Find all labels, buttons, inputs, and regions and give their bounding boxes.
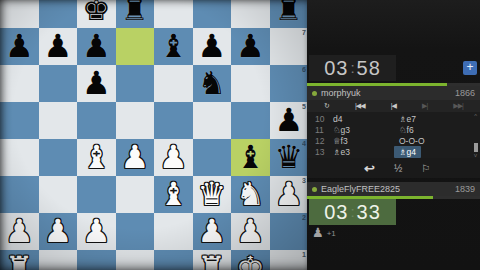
square-g8[interactable] <box>231 0 270 28</box>
rank-coordinate-label: 7 <box>302 29 306 36</box>
rank-coordinate-label: 3 <box>302 177 306 184</box>
square-d2[interactable] <box>116 213 155 250</box>
piece-black-rook[interactable]: ♜ <box>274 0 303 28</box>
square-a6[interactable] <box>0 65 39 102</box>
rank-coordinate-label: 2 <box>302 214 306 221</box>
square-b2[interactable]: ♟ <box>39 213 78 250</box>
square-g5[interactable] <box>231 102 270 139</box>
move-number: 10 <box>315 114 333 124</box>
square-b7[interactable]: ♟ <box>39 28 78 65</box>
square-d6[interactable] <box>116 65 155 102</box>
square-b6[interactable] <box>39 65 78 102</box>
black-move[interactable]: O-O-O <box>399 136 425 146</box>
scroll-up-icon[interactable]: ^ <box>474 113 477 119</box>
square-f5[interactable] <box>193 102 232 139</box>
piece-black-bishop[interactable]: ♝ <box>159 28 188 65</box>
square-h2[interactable]: 2 <box>270 213 309 250</box>
move-number: 13 <box>315 147 333 157</box>
player-clock-active: 03:33 <box>309 199 396 225</box>
square-e6[interactable] <box>154 65 193 102</box>
offer-draw-button[interactable]: ½ <box>394 163 402 174</box>
move-list: 10d4♗e711♘g3♘f612♕f3O-O-O13♗e3♗g4 <box>307 112 480 158</box>
piece-white-queen[interactable]: ♛ <box>197 176 226 213</box>
player-name: EagleFlyFREE2825 <box>321 184 400 194</box>
square-c7[interactable]: ♟ <box>77 28 116 65</box>
white-move[interactable]: ♕f3 <box>333 136 399 146</box>
rank-coordinate-label: 6 <box>302 66 306 73</box>
rank-coordinate-label: 4 <box>302 140 306 147</box>
clock-colon: : <box>350 59 354 76</box>
piece-white-pawn[interactable]: ♟ <box>5 213 34 250</box>
piece-black-pawn[interactable]: ♟ <box>5 28 34 65</box>
square-g1[interactable]: ♚ <box>231 250 270 270</box>
piece-white-pawn[interactable]: ♟ <box>159 139 188 176</box>
square-b3[interactable] <box>39 176 78 213</box>
piece-white-rook[interactable]: ♜ <box>5 250 34 270</box>
square-h1[interactable]: 1 <box>270 250 309 270</box>
piece-black-pawn[interactable]: ♟ <box>43 28 72 65</box>
square-h5[interactable]: ♟5 <box>270 102 309 139</box>
piece-white-pawn[interactable]: ♟ <box>82 213 111 250</box>
square-a4[interactable] <box>0 139 39 176</box>
square-a3[interactable] <box>0 176 39 213</box>
opponent-player-row[interactable]: morphyuk 1866 <box>307 86 480 100</box>
square-g2[interactable]: ♟ <box>231 213 270 250</box>
online-status-icon <box>312 187 317 192</box>
game-action-bar: ↩ ½ ⚐ <box>307 158 480 178</box>
opponent-clock-seconds: 58 <box>357 57 381 80</box>
move-number: 12 <box>315 136 333 146</box>
piece-black-pawn[interactable]: ♟ <box>274 102 303 139</box>
piece-black-bishop[interactable]: ♝ <box>236 139 265 176</box>
player-clock-seconds: 33 <box>357 201 381 224</box>
piece-black-queen[interactable]: ♛ <box>274 139 303 176</box>
opponent-clock: 03:58 <box>309 55 396 81</box>
square-d1[interactable] <box>116 250 155 270</box>
add-time-button[interactable]: + <box>463 61 477 75</box>
chess-board: ♚♜♜8♟♟♟♝♟♟7♟♞6♟5♝♟♟♝♛4♝♛♞♟3♟♟♟♟♟2♜♜♚1 <box>0 0 308 270</box>
square-a1[interactable]: ♜ <box>0 250 39 270</box>
square-g3[interactable]: ♞ <box>231 176 270 213</box>
black-move-current[interactable]: ♗g4 <box>394 146 421 158</box>
square-h8[interactable]: ♜8 <box>270 0 309 28</box>
last-move-icon[interactable]: ▶▶| <box>453 100 463 112</box>
piece-white-bishop[interactable]: ♝ <box>159 176 188 213</box>
square-b5[interactable] <box>39 102 78 139</box>
white-move[interactable]: ♘g3 <box>333 125 399 135</box>
square-h7[interactable]: 7 <box>270 28 309 65</box>
online-status-icon <box>312 91 317 96</box>
square-c3[interactable] <box>77 176 116 213</box>
piece-black-rook[interactable]: ♜ <box>120 0 149 28</box>
square-c1[interactable] <box>77 250 116 270</box>
chess-app-screen: ♚♜♜8♟♟♟♝♟♟7♟♞6♟5♝♟♟♝♛4♝♛♞♟3♟♟♟♟♟2♜♜♚1 03… <box>0 0 480 270</box>
square-b4[interactable] <box>39 139 78 176</box>
takeback-button[interactable]: ↩ <box>364 161 375 176</box>
piece-white-pawn[interactable]: ♟ <box>236 213 265 250</box>
rank-coordinate-label: 5 <box>302 103 306 110</box>
square-c6[interactable]: ♟ <box>77 65 116 102</box>
piece-black-king[interactable]: ♚ <box>82 0 111 28</box>
game-side-panel: 03:58 + morphyuk 1866 ↻|◀◀|◀▶|▶▶| 10d4♗e… <box>307 0 480 270</box>
piece-white-pawn[interactable]: ♟ <box>43 213 72 250</box>
square-g4[interactable]: ♝ <box>231 139 270 176</box>
square-e2[interactable] <box>154 213 193 250</box>
opponent-name: morphyuk <box>321 88 361 98</box>
player-clock-minutes: 03 <box>324 201 348 224</box>
piece-black-pawn[interactable]: ♟ <box>236 28 265 65</box>
square-c5[interactable] <box>77 102 116 139</box>
move-nav-toolbar: ↻|◀◀|◀▶|▶▶| <box>307 100 480 112</box>
square-h6[interactable]: 6 <box>270 65 309 102</box>
piece-black-knight[interactable]: ♞ <box>197 65 226 102</box>
square-b8[interactable] <box>39 0 78 28</box>
square-d5[interactable] <box>116 102 155 139</box>
square-e3[interactable]: ♝ <box>154 176 193 213</box>
move-row: 13♗e3♗g4 <box>307 146 480 157</box>
move-row: 10d4♗e7 <box>307 113 480 124</box>
square-d8[interactable]: ♜ <box>116 0 155 28</box>
piece-white-pawn[interactable]: ♟ <box>197 213 226 250</box>
square-a7[interactable]: ♟ <box>0 28 39 65</box>
square-e8[interactable] <box>154 0 193 28</box>
square-c8[interactable]: ♚ <box>77 0 116 28</box>
resign-flag-icon[interactable]: ⚐ <box>421 163 430 174</box>
square-a5[interactable] <box>0 102 39 139</box>
piece-white-pawn[interactable]: ♟ <box>274 176 303 213</box>
piece-white-bishop[interactable]: ♝ <box>82 139 111 176</box>
square-g6[interactable] <box>231 65 270 102</box>
square-f2[interactable]: ♟ <box>193 213 232 250</box>
flip-board-icon[interactable]: ↻ <box>324 100 329 112</box>
piece-white-king[interactable]: ♚ <box>236 250 265 270</box>
move-row: 11♘g3♘f6 <box>307 124 480 135</box>
square-d3[interactable] <box>116 176 155 213</box>
piece-white-pawn[interactable]: ♟ <box>120 139 149 176</box>
square-c4[interactable]: ♝ <box>77 139 116 176</box>
captured-pawn-icon: ♟ <box>312 226 324 240</box>
white-move[interactable]: ♗e3 <box>333 147 399 157</box>
piece-black-pawn[interactable]: ♟ <box>197 28 226 65</box>
square-g7[interactable]: ♟ <box>231 28 270 65</box>
black-move[interactable]: ♘f6 <box>399 125 414 135</box>
rank-coordinate-label: 1 <box>302 251 306 258</box>
square-e4[interactable]: ♟ <box>154 139 193 176</box>
black-move[interactable]: ♗e7 <box>399 114 416 124</box>
material-advantage: +1 <box>327 229 336 238</box>
move-list-scrollbar[interactable] <box>474 143 478 152</box>
square-d7[interactable] <box>116 28 155 65</box>
white-move[interactable]: d4 <box>333 114 399 124</box>
square-a2[interactable]: ♟ <box>0 213 39 250</box>
player-row[interactable]: EagleFlyFREE2825 1839 <box>307 182 480 196</box>
square-f3[interactable]: ♛ <box>193 176 232 213</box>
opponent-clock-minutes: 03 <box>324 57 348 80</box>
square-d4[interactable]: ♟ <box>116 139 155 176</box>
square-e1[interactable] <box>154 250 193 270</box>
piece-white-knight[interactable]: ♞ <box>236 176 265 213</box>
clock-colon: : <box>350 203 354 220</box>
previous-move-icon[interactable]: |◀ <box>391 100 396 112</box>
square-c2[interactable]: ♟ <box>77 213 116 250</box>
next-move-icon[interactable]: ▶| <box>422 100 427 112</box>
move-number: 11 <box>315 125 333 135</box>
piece-black-pawn[interactable]: ♟ <box>82 65 111 102</box>
square-f6[interactable]: ♞ <box>193 65 232 102</box>
first-move-icon[interactable]: |◀◀ <box>355 100 365 112</box>
square-f4[interactable] <box>193 139 232 176</box>
player-rating: 1839 <box>455 184 475 194</box>
board-grid: ♚♜♜8♟♟♟♝♟♟7♟♞6♟5♝♟♟♝♛4♝♛♞♟3♟♟♟♟♟2♜♜♚1 <box>0 0 308 270</box>
piece-white-rook[interactable]: ♜ <box>197 250 226 270</box>
square-h4[interactable]: ♛4 <box>270 139 309 176</box>
square-f1[interactable]: ♜ <box>193 250 232 270</box>
move-row: 12♕f3O-O-O <box>307 135 480 146</box>
square-a8[interactable] <box>0 0 39 28</box>
piece-black-pawn[interactable]: ♟ <box>82 28 111 65</box>
square-e5[interactable] <box>154 102 193 139</box>
square-h3[interactable]: ♟3 <box>270 176 309 213</box>
square-e7[interactable]: ♝ <box>154 28 193 65</box>
square-f7[interactable]: ♟ <box>193 28 232 65</box>
captured-pieces-tray: ♟ +1 <box>312 226 336 240</box>
square-f8[interactable] <box>193 0 232 28</box>
opponent-rating: 1866 <box>455 88 475 98</box>
square-b1[interactable] <box>39 250 78 270</box>
